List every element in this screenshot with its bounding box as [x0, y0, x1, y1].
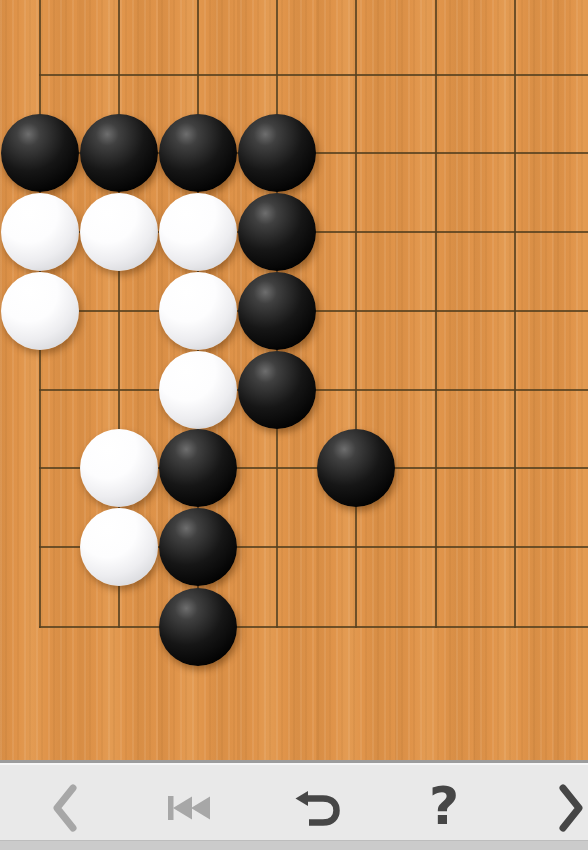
black-stone[interactable]	[80, 114, 158, 192]
white-stone[interactable]	[1, 272, 79, 350]
skip-to-start-button[interactable]	[144, 777, 236, 839]
white-stone[interactable]	[159, 272, 237, 350]
back-button[interactable]	[19, 777, 111, 839]
white-stone[interactable]	[80, 193, 158, 271]
black-stone[interactable]	[1, 114, 79, 192]
question-mark-icon: ?	[429, 780, 459, 832]
skip-to-start-icon	[166, 795, 214, 821]
white-stone[interactable]	[80, 508, 158, 586]
black-stone[interactable]	[238, 272, 316, 350]
white-stone[interactable]	[1, 193, 79, 271]
white-stone[interactable]	[80, 429, 158, 507]
black-stone[interactable]	[238, 114, 316, 192]
black-stone[interactable]	[159, 508, 237, 586]
black-stone[interactable]	[159, 588, 237, 666]
grid-line	[435, 0, 437, 628]
white-stone[interactable]	[159, 351, 237, 429]
grid-line	[514, 0, 516, 628]
black-stone[interactable]	[317, 429, 395, 507]
black-stone[interactable]	[238, 351, 316, 429]
chevron-right-icon	[557, 784, 585, 832]
undo-arrow-icon	[294, 789, 340, 827]
black-stone[interactable]	[238, 193, 316, 271]
black-stone[interactable]	[159, 114, 237, 192]
navigation-toolbar: ?	[0, 760, 588, 850]
black-stone[interactable]	[159, 429, 237, 507]
grid-line	[39, 74, 588, 76]
next-button[interactable]	[525, 777, 588, 839]
undo-button[interactable]	[271, 777, 363, 839]
grid-line	[355, 0, 357, 628]
white-stone[interactable]	[159, 193, 237, 271]
hint-button[interactable]: ?	[398, 777, 490, 839]
chevron-left-icon	[51, 784, 79, 832]
go-board[interactable]	[0, 0, 588, 760]
grid-line	[39, 626, 588, 628]
